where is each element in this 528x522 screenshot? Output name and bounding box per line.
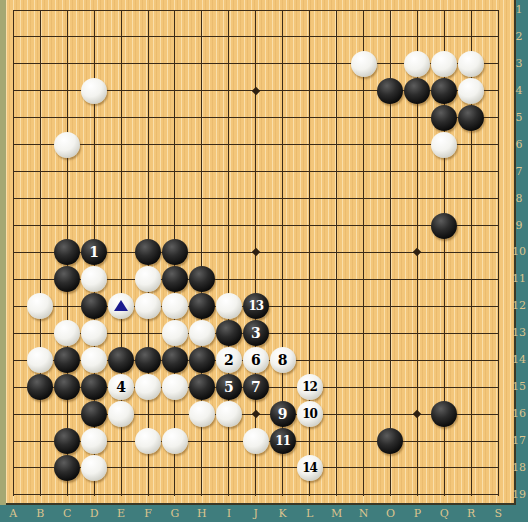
white-stone-E15[interactable]: 4	[108, 374, 134, 400]
intersection-E2[interactable]	[108, 23, 135, 50]
intersection-D9[interactable]	[81, 212, 108, 239]
intersection-H10[interactable]	[188, 239, 215, 266]
intersection-O4[interactable]	[377, 77, 404, 104]
intersection-C6[interactable]	[54, 131, 81, 158]
intersection-F2[interactable]	[135, 23, 162, 50]
intersection-Q14[interactable]	[431, 347, 458, 374]
intersection-A15[interactable]	[0, 374, 27, 401]
intersection-L19[interactable]	[296, 481, 323, 508]
intersection-B15[interactable]	[27, 374, 54, 401]
intersection-F7[interactable]	[135, 158, 162, 185]
intersection-E14[interactable]	[108, 347, 135, 374]
white-stone-D11[interactable]	[81, 266, 107, 292]
intersection-I5[interactable]	[215, 104, 242, 131]
intersection-E10[interactable]	[108, 239, 135, 266]
intersection-L12[interactable]	[296, 293, 323, 320]
intersection-I9[interactable]	[215, 212, 242, 239]
white-stone-D14[interactable]	[81, 347, 107, 373]
intersection-L13[interactable]	[296, 320, 323, 347]
intersection-D2[interactable]	[81, 23, 108, 50]
intersection-D16[interactable]	[81, 401, 108, 428]
intersection-P9[interactable]	[404, 212, 431, 239]
white-stone-B14[interactable]	[27, 347, 53, 373]
intersection-G6[interactable]	[161, 131, 188, 158]
intersection-C5[interactable]	[54, 104, 81, 131]
intersection-F17[interactable]	[135, 428, 162, 455]
intersection-A8[interactable]	[0, 185, 27, 212]
intersection-A13[interactable]	[0, 320, 27, 347]
intersection-M2[interactable]	[323, 23, 350, 50]
intersection-H2[interactable]	[188, 23, 215, 50]
intersection-A5[interactable]	[0, 104, 27, 131]
intersection-L6[interactable]	[296, 131, 323, 158]
intersection-S16[interactable]	[485, 401, 512, 428]
white-stone-F11[interactable]	[135, 266, 161, 292]
intersection-B7[interactable]	[27, 158, 54, 185]
intersection-E9[interactable]	[108, 212, 135, 239]
intersection-D1[interactable]	[81, 0, 108, 23]
intersection-G19[interactable]	[161, 481, 188, 508]
intersection-G1[interactable]	[161, 0, 188, 23]
intersection-Q12[interactable]	[431, 293, 458, 320]
intersection-K16[interactable]: 9	[269, 401, 296, 428]
intersection-P1[interactable]	[404, 0, 431, 23]
intersection-J8[interactable]	[242, 185, 269, 212]
intersection-F14[interactable]	[135, 347, 162, 374]
intersection-C3[interactable]	[54, 50, 81, 77]
intersection-C11[interactable]	[54, 266, 81, 293]
intersection-S11[interactable]	[485, 266, 512, 293]
intersection-R18[interactable]	[458, 454, 485, 481]
white-stone-G15[interactable]	[162, 374, 188, 400]
white-stone-G13[interactable]	[162, 320, 188, 346]
black-stone-G14[interactable]	[162, 347, 188, 373]
intersection-N1[interactable]	[350, 0, 377, 23]
intersection-K15[interactable]	[269, 374, 296, 401]
intersection-K18[interactable]	[269, 454, 296, 481]
white-stone-Q6[interactable]	[431, 132, 457, 158]
white-stone-C13[interactable]	[54, 320, 80, 346]
intersection-Q19[interactable]	[431, 481, 458, 508]
intersection-B12[interactable]	[27, 293, 54, 320]
intersection-S9[interactable]	[485, 212, 512, 239]
intersection-P14[interactable]	[404, 347, 431, 374]
intersection-M15[interactable]	[323, 374, 350, 401]
intersection-S10[interactable]	[485, 239, 512, 266]
intersection-K10[interactable]	[269, 239, 296, 266]
white-stone-I12[interactable]	[216, 293, 242, 319]
black-stone-O4[interactable]	[377, 78, 403, 104]
intersection-P17[interactable]	[404, 428, 431, 455]
intersection-L9[interactable]	[296, 212, 323, 239]
intersection-O14[interactable]	[377, 347, 404, 374]
black-stone-D12[interactable]	[81, 293, 107, 319]
black-stone-G10[interactable]	[162, 239, 188, 265]
intersection-N2[interactable]	[350, 23, 377, 50]
intersection-G4[interactable]	[161, 77, 188, 104]
intersection-A3[interactable]	[0, 50, 27, 77]
intersection-P2[interactable]	[404, 23, 431, 50]
intersection-N16[interactable]	[350, 401, 377, 428]
intersection-S17[interactable]	[485, 428, 512, 455]
black-stone-H11[interactable]	[189, 266, 215, 292]
intersection-F1[interactable]	[135, 0, 162, 23]
intersection-H13[interactable]	[188, 320, 215, 347]
intersection-J19[interactable]	[242, 481, 269, 508]
intersection-N5[interactable]	[350, 104, 377, 131]
black-stone-D10[interactable]: 1	[81, 239, 107, 265]
intersection-B11[interactable]	[27, 266, 54, 293]
intersection-N9[interactable]	[350, 212, 377, 239]
intersection-E5[interactable]	[108, 104, 135, 131]
black-stone-C18[interactable]	[54, 455, 80, 481]
intersection-P11[interactable]	[404, 266, 431, 293]
intersection-A12[interactable]	[0, 293, 27, 320]
intersection-F18[interactable]	[135, 454, 162, 481]
intersection-C10[interactable]	[54, 239, 81, 266]
intersection-M6[interactable]	[323, 131, 350, 158]
intersection-G16[interactable]	[161, 401, 188, 428]
intersection-P12[interactable]	[404, 293, 431, 320]
white-stone-C6[interactable]	[54, 132, 80, 158]
intersection-M19[interactable]	[323, 481, 350, 508]
intersection-L7[interactable]	[296, 158, 323, 185]
intersection-B5[interactable]	[27, 104, 54, 131]
intersection-J14[interactable]: 6	[242, 347, 269, 374]
intersection-A2[interactable]	[0, 23, 27, 50]
intersection-D3[interactable]	[81, 50, 108, 77]
intersection-P18[interactable]	[404, 454, 431, 481]
intersection-S1[interactable]	[485, 0, 512, 23]
white-stone-L15[interactable]: 12	[297, 374, 323, 400]
black-stone-F14[interactable]	[135, 347, 161, 373]
intersection-L10[interactable]	[296, 239, 323, 266]
intersection-H4[interactable]	[188, 77, 215, 104]
intersection-M14[interactable]	[323, 347, 350, 374]
intersection-J9[interactable]	[242, 212, 269, 239]
intersection-R17[interactable]	[458, 428, 485, 455]
white-stone-H16[interactable]	[189, 401, 215, 427]
intersection-N7[interactable]	[350, 158, 377, 185]
black-stone-H14[interactable]	[189, 347, 215, 373]
intersection-Q4[interactable]	[431, 77, 458, 104]
white-stone-H13[interactable]	[189, 320, 215, 346]
intersection-D12[interactable]	[81, 293, 108, 320]
intersection-A16[interactable]	[0, 401, 27, 428]
intersection-N4[interactable]	[350, 77, 377, 104]
intersection-J1[interactable]	[242, 0, 269, 23]
intersection-N6[interactable]	[350, 131, 377, 158]
intersection-A9[interactable]	[0, 212, 27, 239]
white-stone-N3[interactable]	[351, 51, 377, 77]
intersection-J6[interactable]	[242, 131, 269, 158]
white-stone-I14[interactable]: 2	[216, 347, 242, 373]
intersection-F9[interactable]	[135, 212, 162, 239]
intersection-A1[interactable]	[0, 0, 27, 23]
intersection-A17[interactable]	[0, 428, 27, 455]
intersection-B3[interactable]	[27, 50, 54, 77]
intersection-I11[interactable]	[215, 266, 242, 293]
intersection-N17[interactable]	[350, 428, 377, 455]
intersection-S6[interactable]	[485, 131, 512, 158]
black-stone-K17[interactable]: 11	[270, 428, 296, 454]
white-stone-L16[interactable]: 10	[297, 401, 323, 427]
intersection-R16[interactable]	[458, 401, 485, 428]
intersection-D4[interactable]	[81, 77, 108, 104]
intersection-I3[interactable]	[215, 50, 242, 77]
intersection-D17[interactable]	[81, 428, 108, 455]
intersection-G5[interactable]	[161, 104, 188, 131]
intersection-C15[interactable]	[54, 374, 81, 401]
intersection-H19[interactable]	[188, 481, 215, 508]
intersection-M16[interactable]	[323, 401, 350, 428]
intersection-D7[interactable]	[81, 158, 108, 185]
intersection-B13[interactable]	[27, 320, 54, 347]
intersection-B9[interactable]	[27, 212, 54, 239]
intersection-N10[interactable]	[350, 239, 377, 266]
intersection-D11[interactable]	[81, 266, 108, 293]
intersection-R9[interactable]	[458, 212, 485, 239]
intersection-P16[interactable]	[404, 401, 431, 428]
intersection-O17[interactable]	[377, 428, 404, 455]
intersection-A18[interactable]	[0, 454, 27, 481]
intersection-J13[interactable]: 3	[242, 320, 269, 347]
black-stone-D16[interactable]	[81, 401, 107, 427]
intersection-E12[interactable]	[108, 293, 135, 320]
intersection-R4[interactable]	[458, 77, 485, 104]
intersection-D14[interactable]	[81, 347, 108, 374]
intersection-G14[interactable]	[161, 347, 188, 374]
intersection-B6[interactable]	[27, 131, 54, 158]
intersection-H3[interactable]	[188, 50, 215, 77]
black-stone-I13[interactable]	[216, 320, 242, 346]
intersection-I8[interactable]	[215, 185, 242, 212]
intersection-Q6[interactable]	[431, 131, 458, 158]
black-stone-Q4[interactable]	[431, 78, 457, 104]
intersection-O10[interactable]	[377, 239, 404, 266]
black-stone-I15[interactable]: 5	[216, 374, 242, 400]
black-stone-H12[interactable]	[189, 293, 215, 319]
white-stone-F17[interactable]	[135, 428, 161, 454]
intersection-I12[interactable]	[215, 293, 242, 320]
black-stone-Q16[interactable]	[431, 401, 457, 427]
intersection-C17[interactable]	[54, 428, 81, 455]
intersection-M17[interactable]	[323, 428, 350, 455]
intersection-R19[interactable]	[458, 481, 485, 508]
intersection-K6[interactable]	[269, 131, 296, 158]
white-stone-R3[interactable]	[458, 51, 484, 77]
intersection-K3[interactable]	[269, 50, 296, 77]
intersection-S4[interactable]	[485, 77, 512, 104]
intersection-I14[interactable]: 2	[215, 347, 242, 374]
intersection-Q10[interactable]	[431, 239, 458, 266]
intersection-R5[interactable]	[458, 104, 485, 131]
intersection-R13[interactable]	[458, 320, 485, 347]
intersection-P13[interactable]	[404, 320, 431, 347]
intersection-O2[interactable]	[377, 23, 404, 50]
white-stone-E16[interactable]	[108, 401, 134, 427]
intersection-H1[interactable]	[188, 0, 215, 23]
intersection-Q13[interactable]	[431, 320, 458, 347]
intersection-S14[interactable]	[485, 347, 512, 374]
intersection-H17[interactable]	[188, 428, 215, 455]
intersection-N19[interactable]	[350, 481, 377, 508]
white-stone-F15[interactable]	[135, 374, 161, 400]
intersection-G12[interactable]	[161, 293, 188, 320]
black-stone-B15[interactable]	[27, 374, 53, 400]
intersection-K11[interactable]	[269, 266, 296, 293]
intersection-M1[interactable]	[323, 0, 350, 23]
intersection-C19[interactable]	[54, 481, 81, 508]
intersection-E13[interactable]	[108, 320, 135, 347]
intersection-D5[interactable]	[81, 104, 108, 131]
intersection-R1[interactable]	[458, 0, 485, 23]
intersection-F6[interactable]	[135, 131, 162, 158]
intersection-F15[interactable]	[135, 374, 162, 401]
intersection-N11[interactable]	[350, 266, 377, 293]
intersection-L14[interactable]	[296, 347, 323, 374]
intersection-R12[interactable]	[458, 293, 485, 320]
intersection-I15[interactable]: 5	[215, 374, 242, 401]
black-stone-Q9[interactable]	[431, 213, 457, 239]
white-stone-F12[interactable]	[135, 293, 161, 319]
black-stone-E14[interactable]	[108, 347, 134, 373]
intersection-J2[interactable]	[242, 23, 269, 50]
intersection-H8[interactable]	[188, 185, 215, 212]
intersection-J3[interactable]	[242, 50, 269, 77]
intersection-O12[interactable]	[377, 293, 404, 320]
intersection-G7[interactable]	[161, 158, 188, 185]
intersection-K17[interactable]: 11	[269, 428, 296, 455]
intersection-J11[interactable]	[242, 266, 269, 293]
intersection-M5[interactable]	[323, 104, 350, 131]
intersection-K8[interactable]	[269, 185, 296, 212]
white-stone-D17[interactable]	[81, 428, 107, 454]
intersection-P5[interactable]	[404, 104, 431, 131]
black-stone-C10[interactable]	[54, 239, 80, 265]
intersection-E3[interactable]	[108, 50, 135, 77]
intersection-L1[interactable]	[296, 0, 323, 23]
intersection-N3[interactable]	[350, 50, 377, 77]
intersection-B14[interactable]	[27, 347, 54, 374]
intersection-N12[interactable]	[350, 293, 377, 320]
intersection-Q17[interactable]	[431, 428, 458, 455]
intersection-C4[interactable]	[54, 77, 81, 104]
intersection-P6[interactable]	[404, 131, 431, 158]
intersection-E4[interactable]	[108, 77, 135, 104]
intersection-Q1[interactable]	[431, 0, 458, 23]
intersection-L18[interactable]: 14	[296, 454, 323, 481]
intersection-F8[interactable]	[135, 185, 162, 212]
intersection-S2[interactable]	[485, 23, 512, 50]
intersection-H15[interactable]	[188, 374, 215, 401]
intersection-G15[interactable]	[161, 374, 188, 401]
intersection-J15[interactable]: 7	[242, 374, 269, 401]
intersection-D13[interactable]	[81, 320, 108, 347]
intersection-S19[interactable]	[485, 481, 512, 508]
white-stone-D18[interactable]	[81, 455, 107, 481]
intersection-I10[interactable]	[215, 239, 242, 266]
black-stone-J15[interactable]: 7	[243, 374, 269, 400]
white-stone-J14[interactable]: 6	[243, 347, 269, 373]
intersection-P15[interactable]	[404, 374, 431, 401]
intersection-P10[interactable]	[404, 239, 431, 266]
black-stone-Q5[interactable]	[431, 105, 457, 131]
intersection-R14[interactable]	[458, 347, 485, 374]
intersection-C14[interactable]	[54, 347, 81, 374]
intersection-H6[interactable]	[188, 131, 215, 158]
intersection-K4[interactable]	[269, 77, 296, 104]
white-stone-G12[interactable]	[162, 293, 188, 319]
intersection-Q16[interactable]	[431, 401, 458, 428]
white-stone-I16[interactable]	[216, 401, 242, 427]
intersection-R7[interactable]	[458, 158, 485, 185]
intersection-H14[interactable]	[188, 347, 215, 374]
intersection-H9[interactable]	[188, 212, 215, 239]
intersection-Q11[interactable]	[431, 266, 458, 293]
intersection-F3[interactable]	[135, 50, 162, 77]
black-stone-D15[interactable]	[81, 374, 107, 400]
intersection-O16[interactable]	[377, 401, 404, 428]
intersection-R10[interactable]	[458, 239, 485, 266]
intersection-B19[interactable]	[27, 481, 54, 508]
intersection-R15[interactable]	[458, 374, 485, 401]
intersection-J12[interactable]: 13	[242, 293, 269, 320]
intersection-C9[interactable]	[54, 212, 81, 239]
intersection-A14[interactable]	[0, 347, 27, 374]
intersection-S5[interactable]	[485, 104, 512, 131]
intersection-G17[interactable]	[161, 428, 188, 455]
intersection-F10[interactable]	[135, 239, 162, 266]
intersection-E17[interactable]	[108, 428, 135, 455]
intersection-R8[interactable]	[458, 185, 485, 212]
intersection-O18[interactable]	[377, 454, 404, 481]
black-stone-P4[interactable]	[404, 78, 430, 104]
intersection-L3[interactable]	[296, 50, 323, 77]
intersection-F13[interactable]	[135, 320, 162, 347]
intersection-Q18[interactable]	[431, 454, 458, 481]
intersection-O7[interactable]	[377, 158, 404, 185]
intersection-I18[interactable]	[215, 454, 242, 481]
white-stone-E12[interactable]	[108, 293, 134, 319]
intersection-H12[interactable]	[188, 293, 215, 320]
white-stone-G17[interactable]	[162, 428, 188, 454]
intersection-G3[interactable]	[161, 50, 188, 77]
intersection-Q7[interactable]	[431, 158, 458, 185]
intersection-N15[interactable]	[350, 374, 377, 401]
intersection-N8[interactable]	[350, 185, 377, 212]
intersection-J18[interactable]	[242, 454, 269, 481]
intersection-O5[interactable]	[377, 104, 404, 131]
intersection-E7[interactable]	[108, 158, 135, 185]
intersection-J17[interactable]	[242, 428, 269, 455]
white-stone-Q3[interactable]	[431, 51, 457, 77]
intersection-P7[interactable]	[404, 158, 431, 185]
intersection-K12[interactable]	[269, 293, 296, 320]
intersection-L17[interactable]	[296, 428, 323, 455]
white-stone-J17[interactable]	[243, 428, 269, 454]
intersection-F5[interactable]	[135, 104, 162, 131]
intersection-C7[interactable]	[54, 158, 81, 185]
intersection-J10[interactable]	[242, 239, 269, 266]
intersection-F19[interactable]	[135, 481, 162, 508]
intersection-E8[interactable]	[108, 185, 135, 212]
intersection-L5[interactable]	[296, 104, 323, 131]
intersection-O9[interactable]	[377, 212, 404, 239]
black-stone-J12[interactable]: 13	[243, 293, 269, 319]
intersection-M11[interactable]	[323, 266, 350, 293]
intersection-M4[interactable]	[323, 77, 350, 104]
